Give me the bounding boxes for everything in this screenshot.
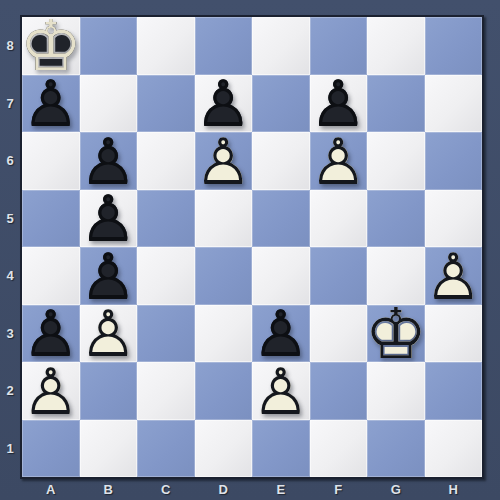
white-pawn[interactable]: ♟♙	[252, 362, 310, 420]
square-b5[interactable]: ♟♙	[80, 190, 138, 248]
file-label-a: A	[22, 479, 80, 500]
square-d7[interactable]: ♟♙	[195, 75, 253, 133]
square-h1[interactable]	[425, 420, 483, 478]
black-pawn-outline: ♙	[22, 305, 80, 363]
square-g3[interactable]: ♚♔	[367, 305, 425, 363]
square-e8[interactable]	[252, 17, 310, 75]
file-label-e: E	[252, 479, 310, 500]
square-c7[interactable]	[137, 75, 195, 133]
square-f5[interactable]	[310, 190, 368, 248]
black-pawn[interactable]: ♟♙	[80, 190, 138, 248]
square-c2[interactable]	[137, 362, 195, 420]
square-b1[interactable]	[80, 420, 138, 478]
black-pawn-outline: ♙	[310, 75, 368, 133]
square-e6[interactable]	[252, 132, 310, 190]
square-b7[interactable]	[80, 75, 138, 133]
chess-board[interactable]: ♚♔♟♙♟♙♟♙♟♙♟♙♟♙♟♙♟♙♟♙♟♙♟♙♟♙♚♔♟♙♟♙	[20, 15, 484, 479]
file-label-g: G	[367, 479, 425, 500]
square-a7[interactable]: ♟♙	[22, 75, 80, 133]
square-d2[interactable]	[195, 362, 253, 420]
rank-label-7: 7	[0, 75, 20, 133]
square-d8[interactable]	[195, 17, 253, 75]
square-f6[interactable]: ♟♙	[310, 132, 368, 190]
square-a3[interactable]: ♟♙	[22, 305, 80, 363]
file-label-f: F	[310, 479, 368, 500]
square-f4[interactable]	[310, 247, 368, 305]
black-pawn-outline: ♙	[252, 305, 310, 363]
white-pawn[interactable]: ♟♙	[22, 362, 80, 420]
white-pawn-outline: ♙	[425, 247, 483, 305]
square-h8[interactable]	[425, 17, 483, 75]
chess-diagram: 87654321 ♚♔♟♙♟♙♟♙♟♙♟♙♟♙♟♙♟♙♟♙♟♙♟♙♟♙♚♔♟♙♟…	[0, 0, 500, 500]
black-pawn[interactable]: ♟♙	[310, 75, 368, 133]
white-king-outline: ♔	[367, 305, 425, 363]
white-pawn-outline: ♙	[195, 132, 253, 190]
square-f3[interactable]	[310, 305, 368, 363]
file-labels: ABCDEFGH	[22, 479, 482, 500]
square-a8[interactable]: ♚♔	[22, 17, 80, 75]
square-a6[interactable]	[22, 132, 80, 190]
square-h6[interactable]	[425, 132, 483, 190]
square-b2[interactable]	[80, 362, 138, 420]
square-d3[interactable]	[195, 305, 253, 363]
rank-label-8: 8	[0, 17, 20, 75]
white-pawn-outline: ♙	[310, 132, 368, 190]
square-c5[interactable]	[137, 190, 195, 248]
black-pawn[interactable]: ♟♙	[80, 247, 138, 305]
square-g7[interactable]	[367, 75, 425, 133]
square-e1[interactable]	[252, 420, 310, 478]
square-h5[interactable]	[425, 190, 483, 248]
square-a1[interactable]	[22, 420, 80, 478]
square-a2[interactable]: ♟♙	[22, 362, 80, 420]
square-a5[interactable]	[22, 190, 80, 248]
square-f2[interactable]	[310, 362, 368, 420]
rank-label-6: 6	[0, 132, 20, 190]
square-e2[interactable]: ♟♙	[252, 362, 310, 420]
black-pawn-outline: ♙	[22, 75, 80, 133]
square-h4[interactable]: ♟♙	[425, 247, 483, 305]
black-pawn[interactable]: ♟♙	[22, 75, 80, 133]
square-d6[interactable]: ♟♙	[195, 132, 253, 190]
white-pawn-outline: ♙	[80, 305, 138, 363]
black-pawn[interactable]: ♟♙	[80, 132, 138, 190]
black-pawn-outline: ♙	[80, 190, 138, 248]
square-h3[interactable]	[425, 305, 483, 363]
rank-label-2: 2	[0, 362, 20, 420]
square-c1[interactable]	[137, 420, 195, 478]
square-b6[interactable]: ♟♙	[80, 132, 138, 190]
square-e4[interactable]	[252, 247, 310, 305]
square-c8[interactable]	[137, 17, 195, 75]
black-pawn-outline: ♙	[80, 132, 138, 190]
rank-labels: 87654321	[0, 17, 20, 477]
rank-label-1: 1	[0, 420, 20, 478]
square-c4[interactable]	[137, 247, 195, 305]
rank-label-5: 5	[0, 190, 20, 248]
square-g1[interactable]	[367, 420, 425, 478]
square-h7[interactable]	[425, 75, 483, 133]
square-b8[interactable]	[80, 17, 138, 75]
black-pawn[interactable]: ♟♙	[252, 305, 310, 363]
square-d4[interactable]	[195, 247, 253, 305]
file-label-d: D	[195, 479, 253, 500]
white-pawn[interactable]: ♟♙	[80, 305, 138, 363]
white-pawn-outline: ♙	[22, 362, 80, 420]
square-e7[interactable]	[252, 75, 310, 133]
square-g8[interactable]	[367, 17, 425, 75]
square-f8[interactable]	[310, 17, 368, 75]
square-e5[interactable]	[252, 190, 310, 248]
file-label-c: C	[137, 479, 195, 500]
white-pawn-outline: ♙	[252, 362, 310, 420]
square-e3[interactable]: ♟♙	[252, 305, 310, 363]
white-pawn[interactable]: ♟♙	[310, 132, 368, 190]
black-king-outline: ♔	[22, 17, 80, 75]
square-b4[interactable]: ♟♙	[80, 247, 138, 305]
square-a4[interactable]	[22, 247, 80, 305]
square-d1[interactable]	[195, 420, 253, 478]
black-pawn-outline: ♙	[195, 75, 253, 133]
white-king[interactable]: ♚♔	[367, 305, 425, 363]
square-h2[interactable]	[425, 362, 483, 420]
square-b3[interactable]: ♟♙	[80, 305, 138, 363]
square-c6[interactable]	[137, 132, 195, 190]
black-pawn[interactable]: ♟♙	[195, 75, 253, 133]
file-label-b: B	[80, 479, 138, 500]
rank-label-3: 3	[0, 305, 20, 363]
square-f7[interactable]: ♟♙	[310, 75, 368, 133]
white-pawn[interactable]: ♟♙	[195, 132, 253, 190]
square-g5[interactable]	[367, 190, 425, 248]
square-d5[interactable]	[195, 190, 253, 248]
square-f1[interactable]	[310, 420, 368, 478]
square-g6[interactable]	[367, 132, 425, 190]
black-king[interactable]: ♚♔	[22, 17, 80, 75]
rank-label-4: 4	[0, 247, 20, 305]
file-label-h: H	[425, 479, 483, 500]
square-g2[interactable]	[367, 362, 425, 420]
black-pawn-outline: ♙	[80, 247, 138, 305]
white-pawn[interactable]: ♟♙	[425, 247, 483, 305]
square-c3[interactable]	[137, 305, 195, 363]
black-pawn[interactable]: ♟♙	[22, 305, 80, 363]
